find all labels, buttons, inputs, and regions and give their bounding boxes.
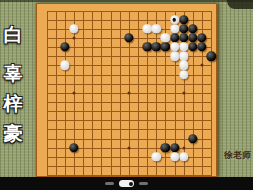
grid-line-horizontal [47, 166, 213, 167]
star-point [72, 91, 75, 94]
white-stone [170, 24, 179, 33]
white-stone [69, 24, 78, 33]
toggle-knob-icon [129, 182, 133, 186]
white-stone [161, 33, 170, 42]
white-stone [170, 52, 179, 61]
black-stone [179, 15, 188, 24]
black-stone [188, 24, 197, 33]
star-point [201, 64, 204, 67]
playback-controls [0, 180, 253, 187]
black-stone [188, 33, 197, 42]
black-stone [69, 143, 78, 152]
grid-line-horizontal [47, 120, 213, 121]
black-stone [188, 134, 197, 143]
control-hint-right [139, 182, 148, 185]
white-stone [179, 52, 188, 61]
player-name-char-2: 梓 [1, 91, 25, 117]
white-stone [170, 152, 179, 161]
black-stone [152, 42, 161, 51]
white-stone [152, 24, 161, 33]
go-board[interactable] [36, 3, 217, 177]
white-stone [170, 42, 179, 51]
grid-line-horizontal [47, 129, 213, 130]
commentator-caption: 徐老师 [224, 149, 253, 162]
corner-smudge [227, 0, 253, 9]
top-border-line [0, 0, 253, 2]
color-label: 白 [1, 22, 25, 48]
black-stone [206, 52, 215, 61]
black-stone [197, 42, 206, 51]
black-stone [188, 42, 197, 51]
white-stone-last-move [170, 15, 179, 24]
white-stone [179, 42, 188, 51]
star-point [72, 36, 75, 39]
quality-toggle[interactable] [119, 180, 134, 187]
grid-line-vertical [138, 11, 139, 177]
star-point [182, 146, 185, 149]
black-stone [179, 24, 188, 33]
grid-line-vertical [211, 11, 212, 177]
white-stone [152, 152, 161, 161]
black-stone [161, 143, 170, 152]
black-stone [170, 33, 179, 42]
white-stone [179, 70, 188, 79]
black-stone [197, 33, 206, 42]
white-stone [179, 61, 188, 70]
black-stone [60, 42, 69, 51]
player-name-char-3: 豪 [1, 121, 25, 147]
black-stone [170, 143, 179, 152]
star-point [182, 91, 185, 94]
black-stone [142, 42, 151, 51]
control-hint-left [105, 182, 114, 185]
video-control-bar [0, 177, 253, 190]
black-stone [161, 42, 170, 51]
star-point [127, 91, 130, 94]
last-move-marker-icon [173, 18, 176, 21]
black-stone [179, 33, 188, 42]
star-point [127, 146, 130, 149]
grid-line-vertical [147, 11, 148, 177]
white-stone [142, 24, 151, 33]
white-stone [60, 61, 69, 70]
black-stone [124, 33, 133, 42]
video-frame: 白 辜 梓 豪 徐老师 [0, 0, 253, 190]
grid-line-horizontal [47, 102, 213, 103]
grid-line-horizontal [47, 111, 213, 112]
white-stone [179, 152, 188, 161]
player-name-char-1: 辜 [1, 61, 25, 87]
